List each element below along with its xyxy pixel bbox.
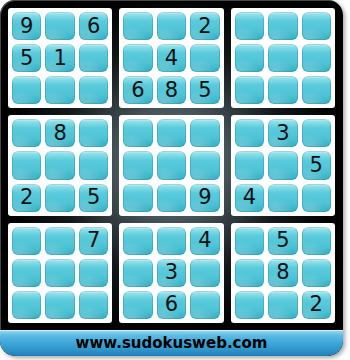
sudoku-cell-r6c8 (268, 184, 297, 212)
sudoku-cell-r2c6 (190, 44, 219, 72)
sudoku-cell-r1c6: 2 (190, 12, 219, 40)
sudoku-cell-r7c1 (12, 227, 41, 255)
sudoku-cell-r8c4 (123, 259, 152, 287)
sudoku-cell-r4c9 (302, 119, 331, 147)
sudoku-cell-r5c8 (268, 151, 297, 179)
site-url: www.sudokusweb.com (76, 334, 268, 352)
sudoku-cell-r8c9 (302, 259, 331, 287)
sudoku-cell-r2c3 (79, 44, 108, 72)
sudoku-cell-r8c6 (190, 259, 219, 287)
sudoku-cell-r5c9: 5 (302, 151, 331, 179)
sudoku-box-1: 24685 (119, 8, 223, 108)
sudoku-cell-r3c6: 5 (190, 76, 219, 104)
sudoku-box-7: 436 (119, 223, 223, 323)
sudoku-box-6: 7 (8, 223, 112, 323)
sudoku-cell-r7c5 (157, 227, 186, 255)
sudoku-cell-r6c4 (123, 184, 152, 212)
sudoku-cell-r3c1 (12, 76, 41, 104)
sudoku-cell-r8c7 (235, 259, 264, 287)
sudoku-cell-r4c7 (235, 119, 264, 147)
sudoku-box-2 (231, 8, 335, 108)
sudoku-cell-r6c2 (45, 184, 74, 212)
sudoku-cell-r3c7 (235, 76, 264, 104)
sudoku-box-4: 9 (119, 115, 223, 215)
sudoku-box-0: 9651 (8, 8, 112, 108)
sudoku-cell-r8c3 (79, 259, 108, 287)
sudoku-cell-r2c5: 4 (157, 44, 186, 72)
sudoku-box-5: 354 (231, 115, 335, 215)
sudoku-cell-r5c4 (123, 151, 152, 179)
sudoku-cell-r7c2 (45, 227, 74, 255)
sudoku-cell-r3c2 (45, 76, 74, 104)
sudoku-cell-r2c1: 5 (12, 44, 41, 72)
sudoku-cell-r7c8: 5 (268, 227, 297, 255)
sudoku-cell-r8c8: 8 (268, 259, 297, 287)
sudoku-cell-r4c4 (123, 119, 152, 147)
sudoku-cell-r8c5: 3 (157, 259, 186, 287)
sudoku-cell-r9c5: 6 (157, 291, 186, 319)
sudoku-cell-r9c7 (235, 291, 264, 319)
sudoku-cell-r1c4 (123, 12, 152, 40)
sudoku-cell-r5c6 (190, 151, 219, 179)
sudoku-cell-r7c3: 7 (79, 227, 108, 255)
sudoku-cell-r2c7 (235, 44, 264, 72)
sudoku-cell-r1c3: 6 (79, 12, 108, 40)
sudoku-cell-r9c8 (268, 291, 297, 319)
sudoku-cell-r4c1 (12, 119, 41, 147)
sudoku-cell-r8c2 (45, 259, 74, 287)
sudoku-cell-r1c7 (235, 12, 264, 40)
sudoku-cell-r9c1 (12, 291, 41, 319)
sudoku-cell-r7c9 (302, 227, 331, 255)
sudoku-grid: 96512468582593547436582 (0, 0, 343, 323)
sudoku-board: 96512468582593547436582 www.sudokusweb.c… (0, 0, 343, 356)
sudoku-cell-r3c4: 6 (123, 76, 152, 104)
sudoku-cell-r6c1: 2 (12, 184, 41, 212)
sudoku-cell-r9c4 (123, 291, 152, 319)
sudoku-cell-r5c3 (79, 151, 108, 179)
sudoku-cell-r9c9: 2 (302, 291, 331, 319)
sudoku-cell-r1c8 (268, 12, 297, 40)
sudoku-cell-r2c2: 1 (45, 44, 74, 72)
sudoku-cell-r9c3 (79, 291, 108, 319)
sudoku-cell-r6c5 (157, 184, 186, 212)
sudoku-cell-r2c9 (302, 44, 331, 72)
sudoku-cell-r8c1 (12, 259, 41, 287)
sudoku-cell-r3c3 (79, 76, 108, 104)
sudoku-cell-r6c7: 4 (235, 184, 264, 212)
sudoku-cell-r4c3 (79, 119, 108, 147)
sudoku-box-8: 582 (231, 223, 335, 323)
sudoku-cell-r9c6 (190, 291, 219, 319)
sudoku-box-3: 825 (8, 115, 112, 215)
sudoku-cell-r3c9 (302, 76, 331, 104)
sudoku-cell-r4c5 (157, 119, 186, 147)
sudoku-cell-r5c7 (235, 151, 264, 179)
sudoku-cell-r1c9 (302, 12, 331, 40)
sudoku-cell-r9c2 (45, 291, 74, 319)
sudoku-cell-r7c6: 4 (190, 227, 219, 255)
sudoku-cell-r7c4 (123, 227, 152, 255)
sudoku-cell-r3c8 (268, 76, 297, 104)
sudoku-cell-r1c2 (45, 12, 74, 40)
sudoku-cell-r5c1 (12, 151, 41, 179)
sudoku-cell-r6c3: 5 (79, 184, 108, 212)
sudoku-cell-r7c7 (235, 227, 264, 255)
sudoku-cell-r4c6 (190, 119, 219, 147)
sudoku-cell-r2c4 (123, 44, 152, 72)
sudoku-cell-r6c6: 9 (190, 184, 219, 212)
sudoku-cell-r2c8 (268, 44, 297, 72)
sudoku-cell-r5c5 (157, 151, 186, 179)
sudoku-cell-r3c5: 8 (157, 76, 186, 104)
sudoku-cell-r5c2 (45, 151, 74, 179)
sudoku-cell-r4c8: 3 (268, 119, 297, 147)
sudoku-cell-r1c1: 9 (12, 12, 41, 40)
sudoku-cell-r6c9 (302, 184, 331, 212)
sudoku-cell-r4c2: 8 (45, 119, 74, 147)
sudoku-cell-r1c5 (157, 12, 186, 40)
footer-bar: www.sudokusweb.com (0, 330, 343, 356)
